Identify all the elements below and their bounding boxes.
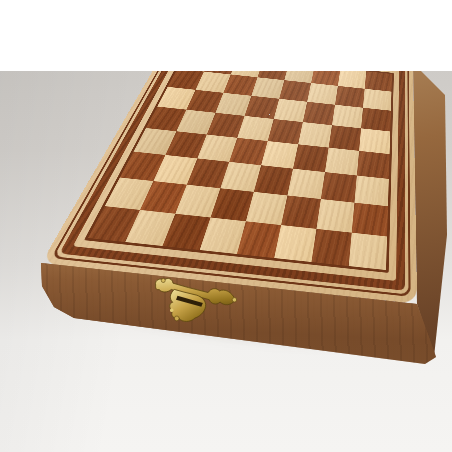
chess-board-top bbox=[41, 37, 417, 304]
chess-box-photo bbox=[0, 0, 452, 452]
square-r5c7 bbox=[325, 148, 359, 176]
square-r4c8 bbox=[359, 128, 390, 154]
square-r7c8 bbox=[352, 203, 388, 237]
square-r4c6 bbox=[298, 122, 332, 147]
square-r7c7 bbox=[316, 199, 354, 233]
square-r7c6 bbox=[281, 195, 321, 228]
square-r8c7 bbox=[311, 229, 351, 266]
square-r4c5 bbox=[268, 119, 303, 144]
top-crop-band bbox=[0, 0, 452, 71]
square-r8c8 bbox=[349, 233, 387, 270]
square-r1c7 bbox=[338, 68, 366, 88]
square-r4c7 bbox=[329, 125, 361, 151]
square-r5c6 bbox=[293, 144, 329, 172]
square-r2c4 bbox=[251, 77, 284, 98]
square-r6c5 bbox=[254, 165, 293, 195]
square-r5c5 bbox=[261, 141, 298, 169]
square-r6c8 bbox=[354, 176, 388, 207]
square-r6c7 bbox=[321, 172, 357, 203]
square-r6c6 bbox=[287, 169, 325, 199]
board-grid bbox=[88, 52, 392, 270]
square-r8c6 bbox=[274, 225, 316, 262]
square-r5c8 bbox=[357, 151, 390, 179]
brass-clasp-icon bbox=[146, 270, 244, 333]
